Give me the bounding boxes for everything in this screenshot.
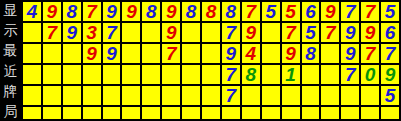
- cell-r4c3: [63, 65, 81, 84]
- cell-r1c11: 8: [222, 2, 240, 21]
- cell-r3c11: 9: [222, 44, 240, 63]
- cell-r5c1: [23, 86, 41, 105]
- cell-r5c17: [341, 86, 359, 105]
- cell-r4c10: [202, 65, 220, 84]
- cell-r6c11: [222, 107, 240, 119]
- cell-r2c4: 3: [83, 23, 101, 42]
- cell-r5c19: 5: [381, 86, 399, 105]
- cell-r5c6: [122, 86, 140, 105]
- cell-r5c3: [63, 86, 81, 105]
- cell-r5c9: [182, 86, 200, 105]
- cell-r1c4: 7: [83, 2, 101, 21]
- cell-r1c19: 5: [381, 2, 399, 21]
- cell-r2c13: [262, 23, 280, 42]
- cell-r2c8: 9: [162, 23, 180, 42]
- cell-r6c4: [83, 107, 101, 119]
- cell-r6c2: [43, 107, 61, 119]
- cell-r2c11: 7: [222, 23, 240, 42]
- cell-r6c9: [182, 107, 200, 119]
- cell-r1c17: 7: [341, 2, 359, 21]
- cell-r2c10: [202, 23, 220, 42]
- cell-r5c13: [262, 86, 280, 105]
- cell-r1c5: 9: [103, 2, 121, 21]
- cell-r5c5: [103, 86, 121, 105]
- cell-r3c3: [63, 44, 81, 63]
- cell-r4c16: [321, 65, 339, 84]
- cell-r2c1: [23, 23, 41, 42]
- cell-r6c3: [63, 107, 81, 119]
- cell-r3c1: [23, 44, 41, 63]
- cell-r3c18: 7: [361, 44, 379, 63]
- cell-r4c13: [262, 65, 280, 84]
- title-char-4: 近: [0, 61, 21, 81]
- cell-r6c17: [341, 107, 359, 119]
- cell-r1c8: 9: [162, 2, 180, 21]
- cell-r1c12: 7: [242, 2, 260, 21]
- cell-r3c5: 9: [103, 44, 121, 63]
- cell-r6c14: [282, 107, 300, 119]
- cell-r4c9: [182, 65, 200, 84]
- title-char-6: 局: [0, 101, 21, 121]
- title-char-3: 最: [0, 40, 21, 60]
- cell-r4c7: [142, 65, 160, 84]
- cell-r4c19: 9: [381, 65, 399, 84]
- cell-r1c9: 8: [182, 2, 200, 21]
- cell-r4c12: 8: [242, 65, 260, 84]
- cell-r3c10: [202, 44, 220, 63]
- cell-r1c3: 8: [63, 2, 81, 21]
- cell-r1c16: 9: [321, 2, 339, 21]
- cell-r3c2: [43, 44, 61, 63]
- cell-r4c1: [23, 65, 41, 84]
- cell-r1c7: 8: [142, 2, 160, 21]
- cell-r1c14: 5: [282, 2, 300, 21]
- cell-r4c5: [103, 65, 121, 84]
- cell-r1c10: 8: [202, 2, 220, 21]
- cell-r1c1: 4: [23, 2, 41, 21]
- title-char-1: 显: [0, 0, 21, 20]
- cell-r2c2: 7: [43, 23, 61, 42]
- cell-r2c16: 7: [321, 23, 339, 42]
- cell-r5c16: [321, 86, 339, 105]
- cell-r3c14: 9: [282, 44, 300, 63]
- cell-r3c17: 9: [341, 44, 359, 63]
- cell-r4c17: 7: [341, 65, 359, 84]
- cell-r4c15: [302, 65, 320, 84]
- cell-r3c16: [321, 44, 339, 63]
- cell-r4c2: [43, 65, 61, 84]
- cell-r4c18: 0: [361, 65, 379, 84]
- cell-r5c18: [361, 86, 379, 105]
- cell-r3c13: [262, 44, 280, 63]
- cell-r4c14: 1: [282, 65, 300, 84]
- cell-r3c8: 7: [162, 44, 180, 63]
- cell-r6c18: [361, 107, 379, 119]
- cell-r3c4: 9: [83, 44, 101, 63]
- cell-r3c19: 7: [381, 44, 399, 63]
- cell-r5c4: [83, 86, 101, 105]
- cell-r4c8: [162, 65, 180, 84]
- cell-r6c15: [302, 107, 320, 119]
- cell-r6c5: [103, 107, 121, 119]
- cell-r3c12: 4: [242, 44, 260, 63]
- cell-r4c11: 7: [222, 65, 240, 84]
- cell-r5c14: [282, 86, 300, 105]
- cell-r6c6: [122, 107, 140, 119]
- cell-r3c9: [182, 44, 200, 63]
- cell-r2c6: [122, 23, 140, 42]
- cell-r2c18: 9: [361, 23, 379, 42]
- cell-r2c19: 6: [381, 23, 399, 42]
- cell-r2c7: [142, 23, 160, 42]
- cell-r6c10: [202, 107, 220, 119]
- cell-r4c6: [122, 65, 140, 84]
- cell-r1c6: 9: [122, 2, 140, 21]
- cell-r2c3: 9: [63, 23, 81, 42]
- cell-r5c11: 7: [222, 86, 240, 105]
- cell-r1c2: 9: [43, 2, 61, 21]
- cell-r2c15: 5: [302, 23, 320, 42]
- cell-r5c2: [43, 86, 61, 105]
- cell-r6c7: [142, 107, 160, 119]
- cell-r6c13: [262, 107, 280, 119]
- cell-r3c7: [142, 44, 160, 63]
- cell-r5c8: [162, 86, 180, 105]
- cell-r6c8: [162, 107, 180, 119]
- title-char-5: 牌: [0, 81, 21, 101]
- results-grid: 4987998988875569775793797975799699794989…: [21, 0, 401, 121]
- cell-r6c1: [23, 107, 41, 119]
- cell-r4c4: [83, 65, 101, 84]
- board-title-vertical-label: 显示最近牌局: [0, 0, 21, 121]
- cell-r1c15: 6: [302, 2, 320, 21]
- recent-results-board: 显示最近牌局 498799898887556977579379797579969…: [0, 0, 401, 121]
- cell-r3c15: 8: [302, 44, 320, 63]
- cell-r5c15: [302, 86, 320, 105]
- cell-r1c13: 5: [262, 2, 280, 21]
- cell-r1c18: 7: [361, 2, 379, 21]
- cell-r5c10: [202, 86, 220, 105]
- cell-r2c5: 7: [103, 23, 121, 42]
- cell-r6c12: [242, 107, 260, 119]
- cell-r2c12: 9: [242, 23, 260, 42]
- cell-r6c19: [381, 107, 399, 119]
- cell-r5c12: [242, 86, 260, 105]
- cell-r2c14: 7: [282, 23, 300, 42]
- cell-r2c9: [182, 23, 200, 42]
- cell-r6c16: [321, 107, 339, 119]
- title-char-2: 示: [0, 20, 21, 40]
- cell-r3c6: [122, 44, 140, 63]
- cell-r2c17: 9: [341, 23, 359, 42]
- cell-r5c7: [142, 86, 160, 105]
